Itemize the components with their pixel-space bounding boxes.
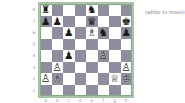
square-d3	[75, 62, 87, 74]
square-f3	[98, 62, 110, 74]
file-label-e: e	[86, 97, 98, 103]
white-bishop-e6: ♗	[87, 27, 96, 38]
file-label-h: h	[121, 97, 133, 103]
square-g5	[109, 39, 121, 51]
square-d8	[75, 4, 87, 16]
square-c3	[63, 62, 75, 74]
black-knight-f6: ♞	[99, 27, 108, 38]
rank-label-3: 3	[31, 62, 37, 74]
black-pawn-c6: ♟	[64, 27, 73, 38]
file-label-c: c	[63, 97, 75, 103]
square-b3: ♙	[52, 62, 64, 74]
rank-label-6: 6	[31, 27, 37, 39]
black-knight-e8: ♞	[87, 4, 96, 15]
square-d1	[75, 85, 87, 97]
square-h4	[121, 50, 133, 62]
black-king-h7: ♚	[122, 16, 131, 27]
board-grid: ♜♞♟♟♛♚♟♗♞♟♟♙♙♙♙♗♕♔	[40, 4, 132, 96]
square-d2	[75, 73, 87, 85]
square-c4: ♟	[63, 50, 75, 62]
square-h7: ♚	[121, 16, 133, 28]
square-g7	[109, 16, 121, 28]
square-f1	[98, 85, 110, 97]
black-pawn-c4: ♟	[64, 50, 73, 61]
square-a6	[40, 27, 52, 39]
square-b1	[52, 85, 64, 97]
rank-label-2: 2	[31, 73, 37, 85]
square-g4	[109, 50, 121, 62]
rank-label-5: 5	[31, 39, 37, 51]
chess-diagram: 87654321 ♜♞♟♟♛♚♟♗♞♟♟♙♙♙♙♗♕♔ abcdefgh (wh…	[0, 0, 185, 103]
file-labels: abcdefgh	[40, 97, 132, 103]
black-pawn-a7: ♟	[41, 16, 50, 27]
square-h6: ♟	[121, 27, 133, 39]
square-e3	[86, 62, 98, 74]
rank-label-8: 8	[31, 4, 37, 16]
square-c6: ♟	[63, 27, 75, 39]
white-bishop-b2: ♗	[53, 73, 62, 84]
square-f8	[98, 4, 110, 16]
square-h2: ♔	[121, 73, 133, 85]
square-g1	[109, 85, 121, 97]
side-to-move-caption: (white to move)	[145, 9, 185, 15]
square-d4	[75, 50, 87, 62]
file-label-a: a	[40, 97, 52, 103]
square-c1	[63, 85, 75, 97]
square-e1	[86, 85, 98, 97]
square-a3	[40, 62, 52, 74]
rank-label-4: 4	[31, 50, 37, 62]
white-king-h2: ♔	[122, 73, 131, 84]
square-c5	[63, 39, 75, 51]
square-d6	[75, 27, 87, 39]
white-pawn-a2: ♙	[41, 73, 50, 84]
square-e5	[86, 39, 98, 51]
square-g2: ♕	[109, 73, 121, 85]
square-c2	[63, 73, 75, 85]
square-f5	[98, 39, 110, 51]
square-b2: ♗	[52, 73, 64, 85]
square-b6	[52, 27, 64, 39]
square-a8: ♜	[40, 4, 52, 16]
rank-labels: 87654321	[31, 4, 37, 96]
square-b8	[52, 4, 64, 16]
file-label-d: d	[75, 97, 87, 103]
black-rook-a8: ♜	[41, 4, 50, 15]
square-d5	[75, 39, 87, 51]
square-f7	[98, 16, 110, 28]
file-label-f: f	[98, 97, 110, 103]
file-label-b: b	[52, 97, 64, 103]
square-f2	[98, 73, 110, 85]
square-e8: ♞	[86, 4, 98, 16]
white-pawn-b3: ♙	[53, 62, 62, 73]
black-pawn-b7: ♟	[53, 16, 62, 27]
square-b5	[52, 39, 64, 51]
square-a4	[40, 50, 52, 62]
square-b4	[52, 50, 64, 62]
square-c7	[63, 16, 75, 28]
square-a5	[40, 39, 52, 51]
square-h5	[121, 39, 133, 51]
square-g3	[109, 62, 121, 74]
square-f4: ♙	[98, 50, 110, 62]
chess-board: ♜♞♟♟♛♚♟♗♞♟♟♙♙♙♙♗♕♔	[38, 2, 134, 98]
square-d7	[75, 16, 87, 28]
square-f6: ♞	[98, 27, 110, 39]
rank-label-1: 1	[31, 85, 37, 97]
square-a1	[40, 85, 52, 97]
black-queen-e7: ♛	[87, 16, 96, 27]
black-pawn-h6: ♟	[122, 27, 131, 38]
white-pawn-h3: ♙	[122, 62, 131, 73]
white-queen-g2: ♕	[110, 73, 119, 84]
square-g8	[109, 4, 121, 16]
square-g6	[109, 27, 121, 39]
square-c8	[63, 4, 75, 16]
square-a7: ♟	[40, 16, 52, 28]
square-a2: ♙	[40, 73, 52, 85]
square-e4	[86, 50, 98, 62]
square-h8	[121, 4, 133, 16]
square-h1	[121, 85, 133, 97]
square-b7: ♟	[52, 16, 64, 28]
square-e6: ♗	[86, 27, 98, 39]
square-e7: ♛	[86, 16, 98, 28]
rank-label-7: 7	[31, 16, 37, 28]
file-label-g: g	[109, 97, 121, 103]
white-pawn-f4: ♙	[99, 50, 108, 61]
square-h3: ♙	[121, 62, 133, 74]
square-e2	[86, 73, 98, 85]
